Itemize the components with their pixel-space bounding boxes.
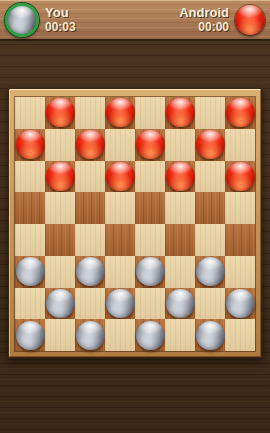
player-android: Android 00:00 bbox=[173, 5, 265, 35]
player-you-timer: 00:03 bbox=[45, 20, 76, 34]
player-android-name: Android bbox=[179, 6, 229, 20]
player-you-name: You bbox=[45, 6, 76, 20]
checker-red[interactable] bbox=[106, 162, 135, 191]
board-square[interactable] bbox=[195, 97, 225, 129]
board-square[interactable] bbox=[135, 129, 165, 161]
board-square[interactable] bbox=[105, 161, 135, 193]
checker-silver[interactable] bbox=[16, 321, 45, 350]
app-screen: You 00:03 Android 00:00 bbox=[0, 0, 270, 433]
board-square[interactable] bbox=[135, 161, 165, 193]
checker-red[interactable] bbox=[166, 162, 195, 191]
board-square[interactable] bbox=[135, 97, 165, 129]
checker-silver[interactable] bbox=[166, 289, 195, 318]
checker-silver[interactable] bbox=[226, 289, 255, 318]
status-bar: You 00:03 Android 00:00 bbox=[0, 0, 270, 41]
checker-silver[interactable] bbox=[196, 257, 225, 286]
board-square[interactable] bbox=[135, 319, 165, 351]
checker-silver[interactable] bbox=[136, 321, 165, 350]
board-square[interactable] bbox=[135, 224, 165, 256]
board-square[interactable] bbox=[165, 97, 195, 129]
board-square[interactable] bbox=[195, 161, 225, 193]
board-square[interactable] bbox=[195, 192, 225, 224]
board-square[interactable] bbox=[45, 288, 75, 320]
board-square[interactable] bbox=[75, 319, 105, 351]
board-square[interactable] bbox=[15, 192, 45, 224]
board-square[interactable] bbox=[165, 288, 195, 320]
checkers-board bbox=[8, 88, 262, 358]
board-square[interactable] bbox=[15, 319, 45, 351]
board-square[interactable] bbox=[15, 97, 45, 129]
board-square[interactable] bbox=[165, 319, 195, 351]
board-square[interactable] bbox=[75, 224, 105, 256]
board-square[interactable] bbox=[225, 161, 255, 193]
board-square[interactable] bbox=[165, 256, 195, 288]
checker-red[interactable] bbox=[16, 130, 45, 159]
board-square[interactable] bbox=[195, 129, 225, 161]
board-square[interactable] bbox=[15, 129, 45, 161]
checker-red[interactable] bbox=[226, 98, 255, 127]
board-square[interactable] bbox=[75, 192, 105, 224]
checker-red[interactable] bbox=[166, 98, 195, 127]
board-square[interactable] bbox=[105, 256, 135, 288]
board-square[interactable] bbox=[195, 224, 225, 256]
board-square[interactable] bbox=[105, 192, 135, 224]
board-square[interactable] bbox=[75, 97, 105, 129]
board-square[interactable] bbox=[15, 256, 45, 288]
board-square[interactable] bbox=[165, 192, 195, 224]
board-square[interactable] bbox=[15, 161, 45, 193]
board-square[interactable] bbox=[105, 319, 135, 351]
board-square[interactable] bbox=[225, 224, 255, 256]
checker-silver[interactable] bbox=[76, 321, 105, 350]
board-square[interactable] bbox=[135, 256, 165, 288]
board-square[interactable] bbox=[75, 256, 105, 288]
board-square[interactable] bbox=[195, 256, 225, 288]
checker-red[interactable] bbox=[106, 98, 135, 127]
board-square[interactable] bbox=[135, 288, 165, 320]
checker-silver[interactable] bbox=[196, 321, 225, 350]
board-square[interactable] bbox=[105, 97, 135, 129]
board-square[interactable] bbox=[195, 319, 225, 351]
board-square[interactable] bbox=[45, 319, 75, 351]
board-square[interactable] bbox=[195, 288, 225, 320]
board-square[interactable] bbox=[15, 288, 45, 320]
you-turn-indicator-ball bbox=[5, 3, 39, 37]
player-android-timer: 00:00 bbox=[198, 20, 229, 34]
checker-red[interactable] bbox=[46, 162, 75, 191]
checker-silver[interactable] bbox=[76, 257, 105, 286]
board-square[interactable] bbox=[225, 319, 255, 351]
board-square[interactable] bbox=[105, 224, 135, 256]
board-square[interactable] bbox=[45, 129, 75, 161]
board-square[interactable] bbox=[165, 129, 195, 161]
board-square[interactable] bbox=[135, 192, 165, 224]
checker-red[interactable] bbox=[76, 130, 105, 159]
board-square[interactable] bbox=[45, 161, 75, 193]
board-square[interactable] bbox=[105, 129, 135, 161]
board-square[interactable] bbox=[225, 288, 255, 320]
board-square[interactable] bbox=[225, 97, 255, 129]
checker-red[interactable] bbox=[196, 130, 225, 159]
board-square[interactable] bbox=[45, 192, 75, 224]
board-square[interactable] bbox=[225, 256, 255, 288]
board-square[interactable] bbox=[15, 224, 45, 256]
board-square[interactable] bbox=[75, 288, 105, 320]
checker-silver[interactable] bbox=[46, 289, 75, 318]
board-square[interactable] bbox=[45, 224, 75, 256]
board-square[interactable] bbox=[225, 192, 255, 224]
checker-silver[interactable] bbox=[136, 257, 165, 286]
board-square[interactable] bbox=[105, 288, 135, 320]
board-square[interactable] bbox=[45, 97, 75, 129]
checker-silver[interactable] bbox=[16, 257, 45, 286]
checker-red[interactable] bbox=[136, 130, 165, 159]
board-square[interactable] bbox=[75, 161, 105, 193]
board-square[interactable] bbox=[225, 129, 255, 161]
checker-silver[interactable] bbox=[106, 289, 135, 318]
android-piece-indicator-ball bbox=[235, 5, 265, 35]
board-grid bbox=[15, 97, 255, 351]
player-you: You 00:03 bbox=[5, 3, 82, 37]
board-square[interactable] bbox=[165, 161, 195, 193]
checker-red[interactable] bbox=[226, 162, 255, 191]
board-square[interactable] bbox=[75, 129, 105, 161]
board-square[interactable] bbox=[45, 256, 75, 288]
checker-red[interactable] bbox=[46, 98, 75, 127]
board-square[interactable] bbox=[165, 224, 195, 256]
